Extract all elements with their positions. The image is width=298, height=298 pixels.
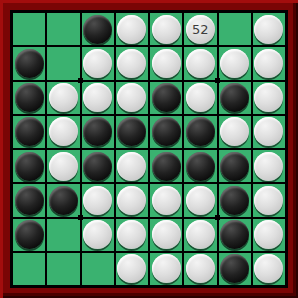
disc-white: [186, 220, 215, 249]
cell-e6[interactable]: [150, 184, 182, 216]
disc-black: [220, 254, 249, 283]
disc-white: [83, 83, 112, 112]
disc-white: [83, 220, 112, 249]
cell-d2[interactable]: [116, 47, 148, 79]
cell-g6[interactable]: [219, 184, 251, 216]
cell-g2[interactable]: [219, 47, 251, 79]
cell-g5[interactable]: [219, 150, 251, 182]
disc-black: [220, 152, 249, 181]
cell-e7[interactable]: [150, 219, 182, 251]
cell-a6[interactable]: [13, 184, 45, 216]
cell-f1[interactable]: 52: [184, 13, 216, 45]
disc-black: [49, 186, 78, 215]
cell-b7[interactable]: [47, 219, 79, 251]
disc-white: [220, 49, 249, 78]
disc-white: [117, 83, 146, 112]
cell-a2[interactable]: [13, 47, 45, 79]
cell-a4[interactable]: [13, 116, 45, 148]
disc-black: [15, 117, 44, 146]
cell-d7[interactable]: [116, 219, 148, 251]
disc-white: [254, 49, 283, 78]
cell-e2[interactable]: [150, 47, 182, 79]
cell-b4[interactable]: [47, 116, 79, 148]
cell-h1[interactable]: [253, 13, 285, 45]
cell-b5[interactable]: [47, 150, 79, 182]
cell-b8[interactable]: [47, 253, 79, 285]
cell-d3[interactable]: [116, 82, 148, 114]
cell-g1[interactable]: [219, 13, 251, 45]
disc-white: [49, 117, 78, 146]
cell-f4[interactable]: [184, 116, 216, 148]
move-number-label: 52: [186, 15, 215, 44]
board: 52: [13, 13, 285, 285]
cell-c4[interactable]: [82, 116, 114, 148]
disc-black: [83, 117, 112, 146]
disc-white: [186, 49, 215, 78]
cell-b3[interactable]: [47, 82, 79, 114]
cell-h4[interactable]: [253, 116, 285, 148]
disc-white: [254, 117, 283, 146]
cell-e1[interactable]: [150, 13, 182, 45]
cell-h3[interactable]: [253, 82, 285, 114]
disc-white: [254, 152, 283, 181]
disc-black: [220, 186, 249, 215]
cell-f3[interactable]: [184, 82, 216, 114]
cell-h6[interactable]: [253, 184, 285, 216]
disc-white: [117, 220, 146, 249]
cell-g8[interactable]: [219, 253, 251, 285]
disc-white: [49, 152, 78, 181]
cell-f5[interactable]: [184, 150, 216, 182]
cell-a3[interactable]: [13, 82, 45, 114]
disc-white: [186, 254, 215, 283]
cell-e4[interactable]: [150, 116, 182, 148]
cell-a1[interactable]: [13, 13, 45, 45]
cell-c5[interactable]: [82, 150, 114, 182]
star-point: [78, 78, 83, 83]
disc-black: [152, 117, 181, 146]
disc-black: [152, 83, 181, 112]
cell-a5[interactable]: [13, 150, 45, 182]
cell-f2[interactable]: [184, 47, 216, 79]
disc-black: [15, 83, 44, 112]
disc-black: [15, 220, 44, 249]
cell-c6[interactable]: [82, 184, 114, 216]
disc-white: [83, 49, 112, 78]
disc-black: [15, 152, 44, 181]
cell-f6[interactable]: [184, 184, 216, 216]
disc-white: [186, 83, 215, 112]
cell-f7[interactable]: [184, 219, 216, 251]
cell-g3[interactable]: [219, 82, 251, 114]
disc-white: [117, 15, 146, 44]
disc-white: [254, 15, 283, 44]
cell-d6[interactable]: [116, 184, 148, 216]
disc-black: [220, 83, 249, 112]
cell-g7[interactable]: [219, 219, 251, 251]
disc-white: [152, 49, 181, 78]
star-point: [215, 215, 220, 220]
disc-white: [49, 83, 78, 112]
cell-d5[interactable]: [116, 150, 148, 182]
disc-black: [152, 152, 181, 181]
cell-c8[interactable]: [82, 253, 114, 285]
cell-c7[interactable]: [82, 219, 114, 251]
star-point: [78, 215, 83, 220]
disc-white: [152, 15, 181, 44]
cell-b6[interactable]: [47, 184, 79, 216]
disc-black: [186, 152, 215, 181]
disc-white: [117, 152, 146, 181]
disc-black: [83, 152, 112, 181]
cell-h2[interactable]: [253, 47, 285, 79]
cell-f8[interactable]: [184, 253, 216, 285]
disc-white: [83, 186, 112, 215]
star-point: [215, 78, 220, 83]
cell-a8[interactable]: [13, 253, 45, 285]
disc-white: [254, 220, 283, 249]
board-inner-border: 52: [10, 10, 288, 288]
cell-b1[interactable]: [47, 13, 79, 45]
disc-white: [220, 117, 249, 146]
disc-white: [117, 49, 146, 78]
disc-black: [186, 117, 215, 146]
cell-h7[interactable]: [253, 219, 285, 251]
disc-white: [254, 186, 283, 215]
disc-black: [117, 117, 146, 146]
disc-white: [117, 254, 146, 283]
cell-c1[interactable]: [82, 13, 114, 45]
disc-white: [152, 254, 181, 283]
disc-black: [220, 220, 249, 249]
cell-c2[interactable]: [82, 47, 114, 79]
cell-a7[interactable]: [13, 219, 45, 251]
cell-h8[interactable]: [253, 253, 285, 285]
cell-e8[interactable]: [150, 253, 182, 285]
cell-e5[interactable]: [150, 150, 182, 182]
disc-white: [117, 186, 146, 215]
disc-black: [15, 186, 44, 215]
disc-white: [254, 254, 283, 283]
disc-white: [152, 186, 181, 215]
disc-white: [186, 186, 215, 215]
disc-white: [254, 83, 283, 112]
board-frame: 52: [0, 0, 298, 298]
cell-h5[interactable]: [253, 150, 285, 182]
disc-black: [83, 15, 112, 44]
cell-d4[interactable]: [116, 116, 148, 148]
cell-e3[interactable]: [150, 82, 182, 114]
cell-b2[interactable]: [47, 47, 79, 79]
cell-d8[interactable]: [116, 253, 148, 285]
cell-c3[interactable]: [82, 82, 114, 114]
disc-white: [152, 220, 181, 249]
cell-d1[interactable]: [116, 13, 148, 45]
disc-white: 52: [186, 15, 215, 44]
disc-black: [15, 49, 44, 78]
cell-g4[interactable]: [219, 116, 251, 148]
